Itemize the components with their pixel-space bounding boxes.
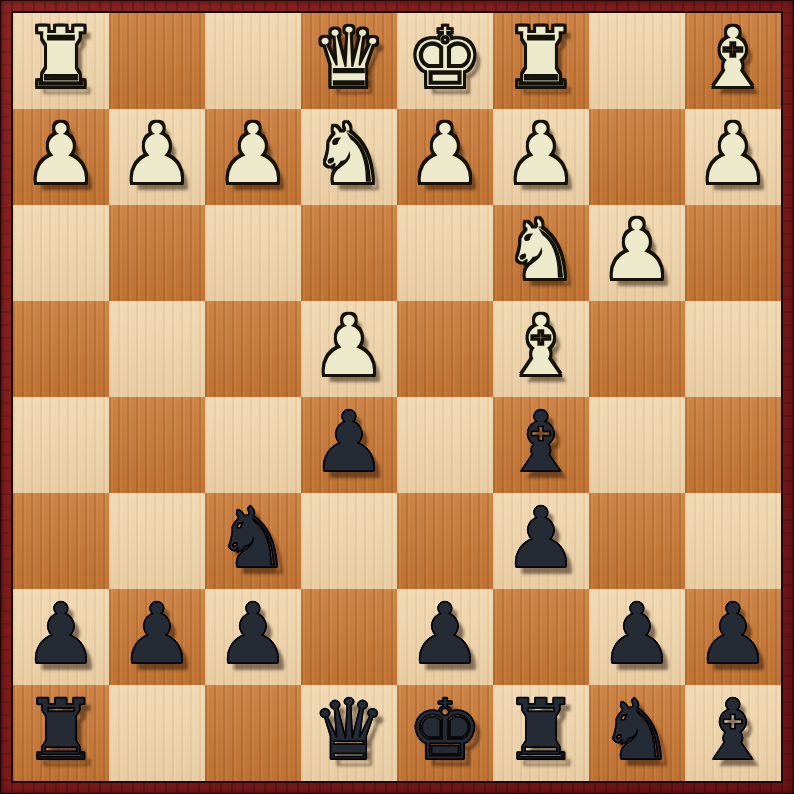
white-pawn[interactable]: ♟ — [503, 112, 578, 196]
square-c2[interactable]: ♟ — [205, 109, 301, 205]
square-h2[interactable]: ♟ — [685, 109, 781, 205]
square-g6[interactable] — [589, 493, 685, 589]
black-king[interactable]: ♚ — [407, 688, 482, 772]
square-d5[interactable]: ♟ — [301, 397, 397, 493]
black-pawn[interactable]: ♟ — [119, 592, 194, 676]
square-c4[interactable] — [205, 301, 301, 397]
square-c7[interactable]: ♟ — [205, 589, 301, 685]
square-f3[interactable]: ♞ — [493, 205, 589, 301]
square-h8[interactable]: ♝ — [685, 685, 781, 781]
square-f1[interactable]: ♜ — [493, 13, 589, 109]
square-h6[interactable] — [685, 493, 781, 589]
square-c1[interactable] — [205, 13, 301, 109]
square-f5[interactable]: ♝ — [493, 397, 589, 493]
square-d2[interactable]: ♞ — [301, 109, 397, 205]
white-knight[interactable]: ♞ — [503, 208, 578, 292]
square-a4[interactable] — [13, 301, 109, 397]
white-pawn[interactable]: ♟ — [311, 304, 386, 388]
square-e5[interactable] — [397, 397, 493, 493]
chessboard-frame: ♜♛♚♜♝♟♟♟♞♟♟♟♞♟♟♝♟♝♞♟♟♟♟♟♟♟♜♛♚♜♞♝ — [0, 0, 794, 794]
square-e2[interactable]: ♟ — [397, 109, 493, 205]
black-queen[interactable]: ♛ — [311, 688, 386, 772]
square-d1[interactable]: ♛ — [301, 13, 397, 109]
black-pawn[interactable]: ♟ — [215, 592, 290, 676]
square-b8[interactable] — [109, 685, 205, 781]
white-pawn[interactable]: ♟ — [599, 208, 674, 292]
square-c5[interactable] — [205, 397, 301, 493]
black-knight[interactable]: ♞ — [599, 688, 674, 772]
square-a2[interactable]: ♟ — [13, 109, 109, 205]
square-c3[interactable] — [205, 205, 301, 301]
black-knight[interactable]: ♞ — [215, 496, 290, 580]
square-g8[interactable]: ♞ — [589, 685, 685, 781]
black-pawn[interactable]: ♟ — [407, 592, 482, 676]
white-pawn[interactable]: ♟ — [407, 112, 482, 196]
black-pawn[interactable]: ♟ — [503, 496, 578, 580]
square-a6[interactable] — [13, 493, 109, 589]
square-d4[interactable]: ♟ — [301, 301, 397, 397]
white-rook[interactable]: ♜ — [503, 16, 578, 100]
square-a1[interactable]: ♜ — [13, 13, 109, 109]
white-pawn[interactable]: ♟ — [23, 112, 98, 196]
square-f7[interactable] — [493, 589, 589, 685]
chessboard: ♜♛♚♜♝♟♟♟♞♟♟♟♞♟♟♝♟♝♞♟♟♟♟♟♟♟♜♛♚♜♞♝ — [11, 11, 783, 783]
white-pawn[interactable]: ♟ — [695, 112, 770, 196]
square-b5[interactable] — [109, 397, 205, 493]
black-pawn[interactable]: ♟ — [695, 592, 770, 676]
black-bishop[interactable]: ♝ — [695, 688, 770, 772]
black-pawn[interactable]: ♟ — [311, 400, 386, 484]
square-b2[interactable]: ♟ — [109, 109, 205, 205]
white-knight[interactable]: ♞ — [311, 112, 386, 196]
square-f8[interactable]: ♜ — [493, 685, 589, 781]
white-queen[interactable]: ♛ — [311, 16, 386, 100]
square-g2[interactable] — [589, 109, 685, 205]
square-b1[interactable] — [109, 13, 205, 109]
white-king[interactable]: ♚ — [407, 16, 482, 100]
black-bishop[interactable]: ♝ — [503, 400, 578, 484]
square-e3[interactable] — [397, 205, 493, 301]
square-h4[interactable] — [685, 301, 781, 397]
square-e8[interactable]: ♚ — [397, 685, 493, 781]
square-c6[interactable]: ♞ — [205, 493, 301, 589]
square-f6[interactable]: ♟ — [493, 493, 589, 589]
square-d6[interactable] — [301, 493, 397, 589]
black-rook[interactable]: ♜ — [503, 688, 578, 772]
square-e7[interactable]: ♟ — [397, 589, 493, 685]
square-h5[interactable] — [685, 397, 781, 493]
square-f4[interactable]: ♝ — [493, 301, 589, 397]
square-a8[interactable]: ♜ — [13, 685, 109, 781]
white-pawn[interactable]: ♟ — [215, 112, 290, 196]
white-bishop[interactable]: ♝ — [695, 16, 770, 100]
black-pawn[interactable]: ♟ — [599, 592, 674, 676]
square-a3[interactable] — [13, 205, 109, 301]
square-g1[interactable] — [589, 13, 685, 109]
square-h1[interactable]: ♝ — [685, 13, 781, 109]
square-c8[interactable] — [205, 685, 301, 781]
square-e4[interactable] — [397, 301, 493, 397]
square-d8[interactable]: ♛ — [301, 685, 397, 781]
square-e6[interactable] — [397, 493, 493, 589]
square-d3[interactable] — [301, 205, 397, 301]
square-b3[interactable] — [109, 205, 205, 301]
square-f2[interactable]: ♟ — [493, 109, 589, 205]
white-pawn[interactable]: ♟ — [119, 112, 194, 196]
white-bishop[interactable]: ♝ — [503, 304, 578, 388]
square-e1[interactable]: ♚ — [397, 13, 493, 109]
square-h7[interactable]: ♟ — [685, 589, 781, 685]
square-a7[interactable]: ♟ — [13, 589, 109, 685]
square-a5[interactable] — [13, 397, 109, 493]
white-rook[interactable]: ♜ — [23, 16, 98, 100]
square-g7[interactable]: ♟ — [589, 589, 685, 685]
black-pawn[interactable]: ♟ — [23, 592, 98, 676]
square-d7[interactable] — [301, 589, 397, 685]
square-b4[interactable] — [109, 301, 205, 397]
square-h3[interactable] — [685, 205, 781, 301]
square-g5[interactable] — [589, 397, 685, 493]
square-b6[interactable] — [109, 493, 205, 589]
black-rook[interactable]: ♜ — [23, 688, 98, 772]
square-g3[interactable]: ♟ — [589, 205, 685, 301]
square-g4[interactable] — [589, 301, 685, 397]
square-b7[interactable]: ♟ — [109, 589, 205, 685]
